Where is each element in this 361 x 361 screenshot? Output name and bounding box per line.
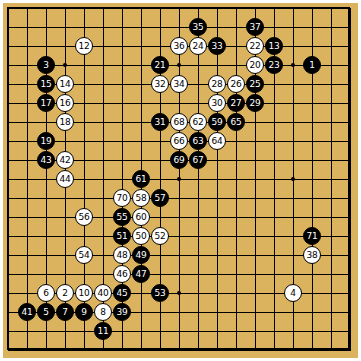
stone-5-black[interactable]: 5 [37,303,55,321]
stone-55-black[interactable]: 55 [113,208,131,226]
board-point[interactable] [151,303,170,322]
board-point[interactable] [56,341,75,360]
board-point[interactable] [189,0,208,18]
board-point[interactable] [227,303,246,322]
board-point[interactable] [341,227,360,246]
board-point[interactable] [132,322,151,341]
board-point[interactable] [170,303,189,322]
board-point[interactable] [170,170,189,189]
board-point[interactable] [0,113,18,132]
board-point[interactable] [170,227,189,246]
stone-30-white[interactable]: 30 [208,94,226,112]
board-point[interactable] [189,284,208,303]
board-point[interactable] [0,75,18,94]
board-point[interactable] [18,341,37,360]
stone-25-black[interactable]: 25 [246,75,264,93]
board-point[interactable] [170,94,189,113]
board-point[interactable] [0,151,18,170]
board-point[interactable] [0,189,18,208]
board-point[interactable] [341,170,360,189]
board-point[interactable] [189,75,208,94]
stone-70-white[interactable]: 70 [113,189,131,207]
board-point[interactable] [341,284,360,303]
board-point[interactable] [94,94,113,113]
board-point[interactable] [0,37,18,56]
board-point[interactable] [227,170,246,189]
board-point[interactable] [18,0,37,18]
board-point[interactable] [189,208,208,227]
stone-17-black[interactable]: 17 [37,94,55,112]
board-point[interactable] [18,75,37,94]
board-point[interactable] [94,56,113,75]
board-point[interactable] [56,265,75,284]
board-point[interactable] [284,113,303,132]
board-point[interactable] [37,341,56,360]
board-point[interactable] [208,322,227,341]
board-point[interactable] [303,208,322,227]
board-point[interactable] [18,37,37,56]
stone-34-white[interactable]: 34 [170,75,188,93]
board-point[interactable] [0,56,18,75]
board-point[interactable] [322,132,341,151]
board-point[interactable] [170,265,189,284]
board-point[interactable] [303,284,322,303]
board-point[interactable] [75,322,94,341]
stone-3-black[interactable]: 3 [37,56,55,74]
stone-60-white[interactable]: 60 [132,208,150,226]
board-point[interactable] [322,189,341,208]
board-point[interactable] [113,341,132,360]
board-point[interactable] [18,284,37,303]
board-point[interactable] [246,113,265,132]
board-point[interactable] [189,170,208,189]
stone-33-black[interactable]: 33 [208,37,226,55]
board-point[interactable] [341,208,360,227]
board-point[interactable] [322,284,341,303]
board-point[interactable] [284,94,303,113]
board-point[interactable] [208,0,227,18]
stone-64-white[interactable]: 64 [208,132,226,150]
board-point[interactable] [132,18,151,37]
board-point[interactable] [18,18,37,37]
board-point[interactable] [322,303,341,322]
board-point[interactable] [246,322,265,341]
stone-57-black[interactable]: 57 [151,189,169,207]
board-point[interactable] [341,246,360,265]
board-point[interactable] [322,0,341,18]
board-point[interactable] [37,170,56,189]
board-point[interactable] [170,56,189,75]
board-point[interactable] [208,189,227,208]
board-point[interactable] [56,227,75,246]
board-point[interactable] [75,113,94,132]
stone-23-black[interactable]: 23 [265,56,283,74]
stone-31-black[interactable]: 31 [151,113,169,131]
board-point[interactable] [113,0,132,18]
board-point[interactable] [37,189,56,208]
board-point[interactable] [113,18,132,37]
board-point[interactable] [75,132,94,151]
stone-47-black[interactable]: 47 [132,265,150,283]
board-point[interactable] [284,151,303,170]
board-point[interactable] [246,0,265,18]
board-point[interactable] [56,322,75,341]
board-point[interactable] [0,246,18,265]
board-point[interactable] [75,189,94,208]
board-point[interactable] [265,113,284,132]
board-point[interactable] [227,132,246,151]
board-point[interactable] [265,246,284,265]
board-point[interactable] [151,94,170,113]
board-point[interactable] [227,265,246,284]
board-point[interactable] [56,208,75,227]
board-point[interactable] [132,341,151,360]
board-point[interactable] [265,151,284,170]
stone-35-black[interactable]: 35 [189,18,207,36]
board-point[interactable] [56,0,75,18]
board-point[interactable] [189,227,208,246]
board-point[interactable] [265,0,284,18]
board-point[interactable] [18,56,37,75]
board-point[interactable] [265,189,284,208]
board-point[interactable] [284,303,303,322]
board-point[interactable] [0,94,18,113]
stone-42-white[interactable]: 42 [56,151,74,169]
stone-61-black[interactable]: 61 [132,170,150,188]
stone-29-black[interactable]: 29 [246,94,264,112]
board-point[interactable] [94,0,113,18]
board-point[interactable] [341,189,360,208]
stone-36-white[interactable]: 36 [170,37,188,55]
board-point[interactable] [56,56,75,75]
stone-46-white[interactable]: 46 [113,265,131,283]
board-point[interactable] [208,227,227,246]
board-point[interactable] [246,132,265,151]
board-point[interactable] [265,208,284,227]
board-point[interactable] [18,113,37,132]
board-point[interactable] [189,322,208,341]
board-point[interactable] [151,322,170,341]
board-point[interactable] [0,227,18,246]
board-point[interactable] [0,0,18,18]
board-point[interactable] [113,37,132,56]
board-point[interactable] [18,189,37,208]
stone-11-black[interactable]: 11 [94,322,112,340]
stone-39-black[interactable]: 39 [113,303,131,321]
board-point[interactable] [170,18,189,37]
stone-65-black[interactable]: 65 [227,113,245,131]
stone-69-black[interactable]: 69 [170,151,188,169]
board-point[interactable] [94,132,113,151]
board-point[interactable] [284,170,303,189]
board-point[interactable] [341,265,360,284]
board-point[interactable] [0,265,18,284]
board-point[interactable] [227,208,246,227]
board-point[interactable] [18,208,37,227]
board-point[interactable] [246,227,265,246]
stone-21-black[interactable]: 21 [151,56,169,74]
board-point[interactable] [132,75,151,94]
board-point[interactable] [227,227,246,246]
board-point[interactable] [284,18,303,37]
stone-58-white[interactable]: 58 [132,189,150,207]
board-point[interactable] [284,208,303,227]
stone-14-white[interactable]: 14 [56,75,74,93]
board-point[interactable] [341,94,360,113]
board-point[interactable] [341,341,360,360]
stone-19-black[interactable]: 19 [37,132,55,150]
board-point[interactable] [246,170,265,189]
board-point[interactable] [208,151,227,170]
board-point[interactable] [246,189,265,208]
board-point[interactable] [208,18,227,37]
board-point[interactable] [75,94,94,113]
board-point[interactable] [75,170,94,189]
board-point[interactable] [189,94,208,113]
board-point[interactable] [208,246,227,265]
board-point[interactable] [94,170,113,189]
board-point[interactable] [227,151,246,170]
board-point[interactable] [170,322,189,341]
board-point[interactable] [265,18,284,37]
stone-20-white[interactable]: 20 [246,56,264,74]
board-point[interactable] [341,113,360,132]
board-point[interactable] [170,208,189,227]
board-point[interactable] [303,0,322,18]
board-point[interactable] [18,265,37,284]
board-point[interactable] [189,341,208,360]
board-point[interactable] [284,0,303,18]
board-point[interactable] [189,56,208,75]
stone-48-white[interactable]: 48 [113,246,131,264]
stone-28-white[interactable]: 28 [208,75,226,93]
board-point[interactable] [303,37,322,56]
board-point[interactable] [265,303,284,322]
board-point[interactable] [189,303,208,322]
board-point[interactable] [322,227,341,246]
stone-59-black[interactable]: 59 [208,113,226,131]
board-point[interactable] [170,246,189,265]
board-point[interactable] [113,94,132,113]
board-point[interactable] [246,341,265,360]
board-point[interactable] [113,113,132,132]
board-point[interactable] [37,0,56,18]
board-point[interactable] [37,322,56,341]
board-point[interactable] [341,0,360,18]
board-point[interactable] [322,322,341,341]
board-point[interactable] [303,341,322,360]
board-point[interactable] [284,265,303,284]
board-point[interactable] [151,246,170,265]
board-point[interactable] [303,322,322,341]
board-point[interactable] [18,151,37,170]
stone-40-white[interactable]: 40 [94,284,112,302]
board-point[interactable] [0,341,18,360]
stone-66-white[interactable]: 66 [170,132,188,150]
board-point[interactable] [56,37,75,56]
board-point[interactable] [227,246,246,265]
board-point[interactable] [227,56,246,75]
stone-6-white[interactable]: 6 [37,284,55,302]
board-point[interactable] [303,132,322,151]
board-point[interactable] [132,94,151,113]
board-point[interactable] [170,341,189,360]
board-point[interactable] [132,151,151,170]
board-point[interactable] [227,284,246,303]
stone-27-black[interactable]: 27 [227,94,245,112]
board-point[interactable] [265,75,284,94]
board-point[interactable] [56,18,75,37]
board-point[interactable] [132,284,151,303]
board-point[interactable] [170,0,189,18]
board-point[interactable] [132,0,151,18]
board-point[interactable] [208,265,227,284]
board-point[interactable] [113,322,132,341]
board-point[interactable] [303,303,322,322]
stone-8-white[interactable]: 8 [94,303,112,321]
board-point[interactable] [132,56,151,75]
board-point[interactable] [18,227,37,246]
board-point[interactable] [18,322,37,341]
board-point[interactable] [0,208,18,227]
board-point[interactable] [284,246,303,265]
stone-4-white[interactable]: 4 [284,284,302,302]
board-point[interactable] [56,246,75,265]
stone-22-white[interactable]: 22 [246,37,264,55]
board-point[interactable] [284,189,303,208]
board-point[interactable] [0,322,18,341]
board-point[interactable] [322,151,341,170]
board-point[interactable] [322,94,341,113]
stone-15-black[interactable]: 15 [37,75,55,93]
board-point[interactable] [94,151,113,170]
board-point[interactable] [37,246,56,265]
board-point[interactable] [284,132,303,151]
board-point[interactable] [75,341,94,360]
stone-67-black[interactable]: 67 [189,151,207,169]
stone-68-white[interactable]: 68 [170,113,188,131]
board-point[interactable] [341,322,360,341]
board-point[interactable] [341,18,360,37]
board-point[interactable] [0,284,18,303]
board-point[interactable] [246,265,265,284]
board-point[interactable] [132,303,151,322]
board-point[interactable] [284,227,303,246]
board-point[interactable] [265,341,284,360]
board-point[interactable] [322,37,341,56]
board-point[interactable] [151,208,170,227]
stone-49-black[interactable]: 49 [132,246,150,264]
board-point[interactable] [94,189,113,208]
stone-7-black[interactable]: 7 [56,303,74,321]
board-point[interactable] [303,18,322,37]
board-point[interactable] [0,303,18,322]
board-point[interactable] [37,18,56,37]
stone-37-black[interactable]: 37 [246,18,264,36]
board-point[interactable] [246,208,265,227]
board-point[interactable] [322,265,341,284]
board-point[interactable] [132,132,151,151]
board-point[interactable] [75,18,94,37]
board-point[interactable] [284,75,303,94]
board-point[interactable] [208,303,227,322]
board-point[interactable] [37,37,56,56]
stone-1-black[interactable]: 1 [303,56,321,74]
board-point[interactable] [341,75,360,94]
board-point[interactable] [170,284,189,303]
board-point[interactable] [189,189,208,208]
board-point[interactable] [208,56,227,75]
board-point[interactable] [18,94,37,113]
board-point[interactable] [208,341,227,360]
stone-51-black[interactable]: 51 [113,227,131,245]
stone-50-white[interactable]: 50 [132,227,150,245]
board-point[interactable] [303,94,322,113]
board-point[interactable] [322,246,341,265]
board-point[interactable] [151,37,170,56]
stone-32-white[interactable]: 32 [151,75,169,93]
board-point[interactable] [303,189,322,208]
board-point[interactable] [151,0,170,18]
board-point[interactable] [151,18,170,37]
board-point[interactable] [341,56,360,75]
board-point[interactable] [151,265,170,284]
board-point[interactable] [265,284,284,303]
board-point[interactable] [94,18,113,37]
board-point[interactable] [189,265,208,284]
stone-62-white[interactable]: 62 [189,113,207,131]
board-point[interactable] [37,265,56,284]
board-point[interactable] [37,227,56,246]
board-point[interactable] [322,341,341,360]
board-point[interactable] [227,189,246,208]
board-point[interactable] [265,132,284,151]
board-point[interactable] [56,132,75,151]
board-point[interactable] [94,227,113,246]
board-point[interactable] [94,75,113,94]
board-point[interactable] [227,322,246,341]
board-point[interactable] [94,208,113,227]
board-point[interactable] [75,0,94,18]
board-point[interactable] [151,132,170,151]
stone-9-black[interactable]: 9 [75,303,93,321]
board-point[interactable] [284,341,303,360]
board-point[interactable] [18,132,37,151]
stone-53-black[interactable]: 53 [151,284,169,302]
board-point[interactable] [246,284,265,303]
board-point[interactable] [246,303,265,322]
board-point[interactable] [113,75,132,94]
stone-24-white[interactable]: 24 [189,37,207,55]
board-point[interactable] [303,75,322,94]
board-point[interactable] [303,113,322,132]
stone-56-white[interactable]: 56 [75,208,93,226]
board-point[interactable] [113,56,132,75]
board-point[interactable] [341,151,360,170]
stone-16-white[interactable]: 16 [56,94,74,112]
board-point[interactable] [151,170,170,189]
stone-18-white[interactable]: 18 [56,113,74,131]
board-point[interactable] [75,265,94,284]
board-point[interactable] [284,322,303,341]
board-point[interactable] [113,132,132,151]
board-point[interactable] [0,132,18,151]
board-point[interactable] [208,170,227,189]
board-point[interactable] [113,151,132,170]
board-point[interactable] [322,56,341,75]
board-point[interactable] [94,265,113,284]
board-point[interactable] [284,37,303,56]
